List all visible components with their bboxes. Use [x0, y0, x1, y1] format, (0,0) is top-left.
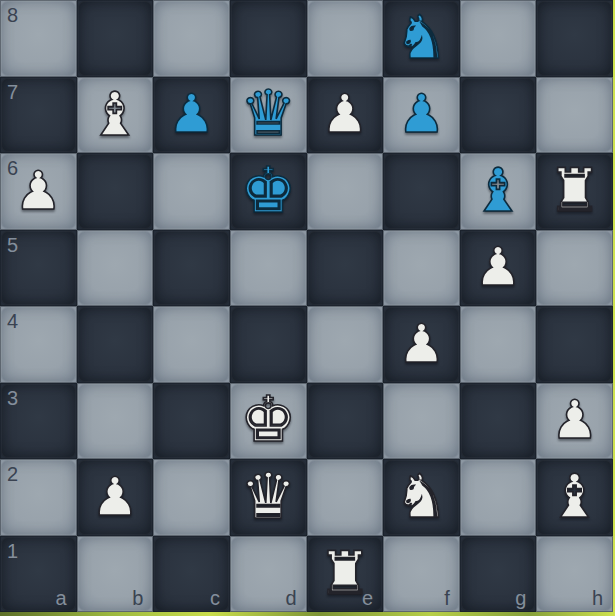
black-pawn-c7[interactable]: ♟ [153, 77, 230, 153]
square-h8[interactable] [536, 0, 613, 77]
square-h1[interactable]: h [536, 536, 613, 613]
square-a2[interactable]: 2 [0, 459, 77, 536]
rank-label-7: 7 [7, 82, 18, 102]
square-g4[interactable] [460, 306, 537, 383]
square-a1[interactable]: 1a [0, 536, 77, 613]
square-g8[interactable] [460, 0, 537, 77]
square-h2[interactable]: ♝ [536, 459, 613, 536]
black-knight-f8[interactable]: ♞ [383, 0, 460, 76]
square-g1[interactable]: g [460, 536, 537, 613]
rank-label-2: 2 [7, 464, 18, 484]
square-h7[interactable] [536, 77, 613, 154]
square-g3[interactable] [460, 383, 537, 460]
white-knight-f2[interactable]: ♞ [383, 459, 460, 535]
square-h3[interactable]: ♟ [536, 383, 613, 460]
black-king-d6[interactable]: ♚ [230, 153, 307, 229]
square-b6[interactable] [77, 153, 154, 230]
chess-board: 8♞7♝♟♛♟♟6♟♚♝♜5♟4♟3♚♟2♟♛♞♝1abcde♜fgh [0, 0, 613, 612]
square-b7[interactable]: ♝ [77, 77, 154, 154]
square-d8[interactable] [230, 0, 307, 77]
white-king-d3[interactable]: ♚ [230, 383, 307, 459]
square-f8[interactable]: ♞ [383, 0, 460, 77]
white-pawn-f4[interactable]: ♟ [383, 306, 460, 382]
square-d5[interactable] [230, 230, 307, 307]
square-c8[interactable] [153, 0, 230, 77]
square-c6[interactable] [153, 153, 230, 230]
square-f6[interactable] [383, 153, 460, 230]
rank-label-4: 4 [7, 311, 18, 331]
rank-label-8: 8 [7, 5, 18, 25]
white-rook-h6[interactable]: ♜ [536, 153, 613, 229]
square-f3[interactable] [383, 383, 460, 460]
square-b4[interactable] [77, 306, 154, 383]
white-bishop-h2[interactable]: ♝ [536, 459, 613, 535]
file-label-h: h [592, 588, 603, 608]
black-queen-d7[interactable]: ♛ [230, 77, 307, 153]
square-c3[interactable] [153, 383, 230, 460]
square-b1[interactable]: b [77, 536, 154, 613]
square-b3[interactable] [77, 383, 154, 460]
square-b2[interactable]: ♟ [77, 459, 154, 536]
square-e7[interactable]: ♟ [307, 77, 384, 154]
square-a8[interactable]: 8 [0, 0, 77, 77]
square-e5[interactable] [307, 230, 384, 307]
square-d3[interactable]: ♚ [230, 383, 307, 460]
square-a5[interactable]: 5 [0, 230, 77, 307]
black-pawn-f7[interactable]: ♟ [383, 77, 460, 153]
square-h6[interactable]: ♜ [536, 153, 613, 230]
square-d6[interactable]: ♚ [230, 153, 307, 230]
square-c1[interactable]: c [153, 536, 230, 613]
white-bishop-b7[interactable]: ♝ [77, 77, 154, 153]
square-d2[interactable]: ♛ [230, 459, 307, 536]
square-g5[interactable]: ♟ [460, 230, 537, 307]
square-e3[interactable] [307, 383, 384, 460]
square-f7[interactable]: ♟ [383, 77, 460, 154]
square-a6[interactable]: 6♟ [0, 153, 77, 230]
square-f5[interactable] [383, 230, 460, 307]
file-label-f: f [444, 588, 450, 608]
square-e6[interactable] [307, 153, 384, 230]
rank-label-5: 5 [7, 235, 18, 255]
square-h4[interactable] [536, 306, 613, 383]
square-g7[interactable] [460, 77, 537, 154]
file-label-c: c [210, 588, 220, 608]
square-b8[interactable] [77, 0, 154, 77]
white-pawn-h3[interactable]: ♟ [536, 383, 613, 459]
square-f4[interactable]: ♟ [383, 306, 460, 383]
square-b5[interactable] [77, 230, 154, 307]
square-e8[interactable] [307, 0, 384, 77]
file-label-a: a [56, 588, 67, 608]
black-bishop-g6[interactable]: ♝ [460, 153, 537, 229]
square-d4[interactable] [230, 306, 307, 383]
square-a3[interactable]: 3 [0, 383, 77, 460]
white-queen-d2[interactable]: ♛ [230, 459, 307, 535]
square-f1[interactable]: f [383, 536, 460, 613]
square-c7[interactable]: ♟ [153, 77, 230, 154]
rank-label-3: 3 [7, 388, 18, 408]
square-a7[interactable]: 7 [0, 77, 77, 154]
page-background: 8♞7♝♟♛♟♟6♟♚♝♜5♟4♟3♚♟2♟♛♞♝1abcde♜fgh [0, 0, 615, 616]
file-label-b: b [132, 588, 143, 608]
square-c4[interactable] [153, 306, 230, 383]
square-d7[interactable]: ♛ [230, 77, 307, 154]
square-a4[interactable]: 4 [0, 306, 77, 383]
square-c5[interactable] [153, 230, 230, 307]
square-c2[interactable] [153, 459, 230, 536]
white-rook-e1[interactable]: ♜ [307, 536, 384, 612]
white-pawn-e7[interactable]: ♟ [307, 77, 384, 153]
square-g6[interactable]: ♝ [460, 153, 537, 230]
square-f2[interactable]: ♞ [383, 459, 460, 536]
rank-label-1: 1 [7, 541, 18, 561]
white-pawn-a6[interactable]: ♟ [0, 153, 77, 229]
square-e1[interactable]: e♜ [307, 536, 384, 613]
white-pawn-g5[interactable]: ♟ [460, 230, 537, 306]
square-e2[interactable] [307, 459, 384, 536]
file-label-g: g [515, 588, 526, 608]
square-g2[interactable] [460, 459, 537, 536]
white-pawn-b2[interactable]: ♟ [77, 459, 154, 535]
square-e4[interactable] [307, 306, 384, 383]
square-d1[interactable]: d [230, 536, 307, 613]
square-h5[interactable] [536, 230, 613, 307]
file-label-d: d [285, 588, 296, 608]
